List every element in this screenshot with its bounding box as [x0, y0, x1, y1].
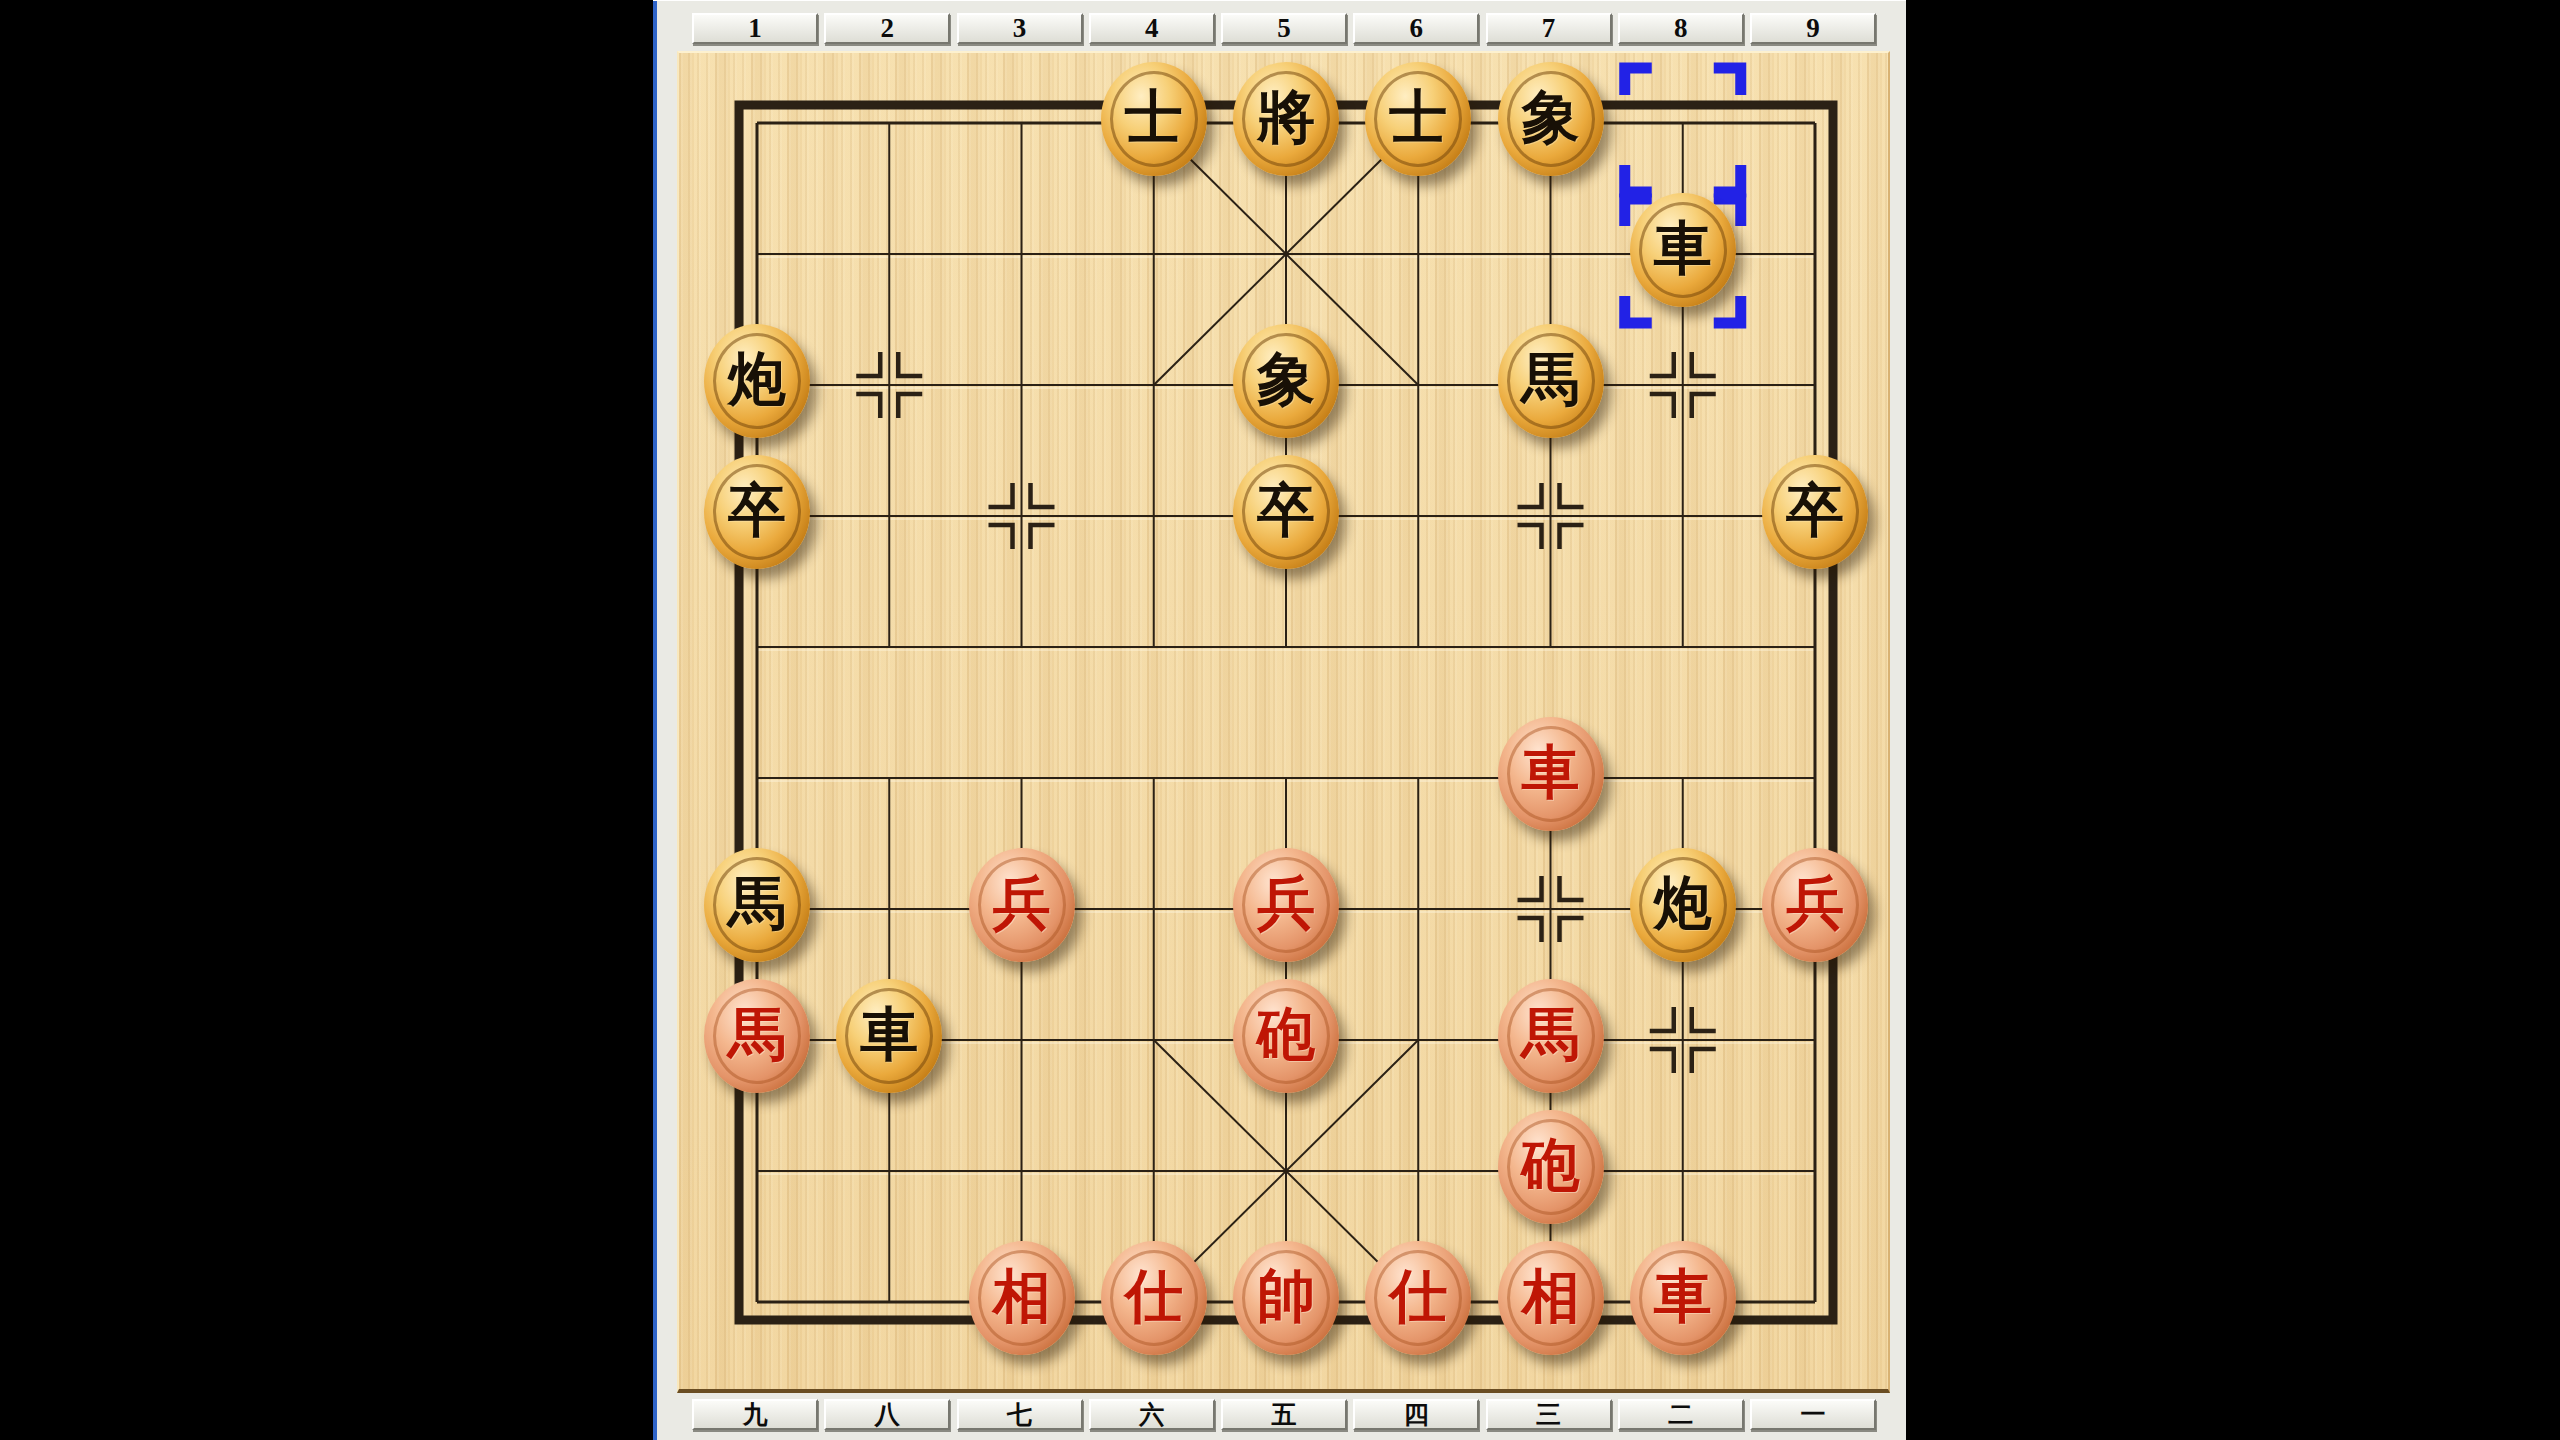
screen: { "game": "xiangqi", "position": "3akab2…: [0, 0, 2560, 1440]
piece-glyph: 仕: [1125, 1267, 1183, 1325]
file-button-top-8[interactable]: 8: [1618, 13, 1744, 44]
file-button-top-6[interactable]: 6: [1353, 13, 1479, 44]
piece-red-advisor[interactable]: 仕: [1101, 1241, 1207, 1355]
piece-red-soldier[interactable]: 兵: [969, 848, 1075, 962]
piece-black-advisor[interactable]: 士: [1365, 62, 1471, 176]
piece-black-elephant[interactable]: 象: [1233, 324, 1339, 438]
piece-red-advisor[interactable]: 仕: [1365, 1241, 1471, 1355]
piece-black-elephant[interactable]: 象: [1498, 62, 1604, 176]
piece-glyph: 帥: [1257, 1267, 1315, 1325]
file-button-top-5[interactable]: 5: [1221, 13, 1347, 44]
piece-red-soldier[interactable]: 兵: [1762, 848, 1868, 962]
piece-glyph: 象: [1257, 350, 1315, 408]
file-button-top-7[interactable]: 7: [1486, 13, 1612, 44]
piece-glyph: 馬: [1522, 350, 1580, 408]
piece-red-cannon[interactable]: 砲: [1233, 979, 1339, 1093]
piece-red-elephant[interactable]: 相: [1498, 1241, 1604, 1355]
piece-glyph: 卒: [728, 481, 786, 539]
piece-glyph: 馬: [1522, 1005, 1580, 1063]
piece-black-chariot[interactable]: 車: [1630, 193, 1736, 307]
piece-black-soldier[interactable]: 卒: [1233, 455, 1339, 569]
piece-glyph: 象: [1522, 88, 1580, 146]
file-button-bottom-一[interactable]: 一: [1750, 1399, 1876, 1430]
piece-glyph: 相: [993, 1267, 1051, 1325]
piece-glyph: 炮: [1654, 874, 1712, 932]
piece-glyph: 兵: [993, 874, 1051, 932]
file-button-bottom-七[interactable]: 七: [957, 1399, 1083, 1430]
file-button-top-1[interactable]: 1: [692, 13, 818, 44]
piece-black-advisor[interactable]: 士: [1101, 62, 1207, 176]
piece-glyph: 車: [1654, 219, 1712, 277]
piece-red-soldier[interactable]: 兵: [1233, 848, 1339, 962]
piece-red-general[interactable]: 帥: [1233, 1241, 1339, 1355]
file-button-bottom-二[interactable]: 二: [1618, 1399, 1744, 1430]
piece-black-chariot[interactable]: 車: [836, 979, 942, 1093]
piece-black-general[interactable]: 將: [1233, 62, 1339, 176]
xiangqi-window: 123456789 士將士象車炮象馬卒卒卒車馬兵兵炮兵馬車砲馬砲相仕帥仕相車 九…: [653, 0, 1906, 1440]
xiangqi-board: 士將士象車炮象馬卒卒卒車馬兵兵炮兵馬車砲馬砲相仕帥仕相車: [677, 51, 1890, 1393]
piece-glyph: 砲: [1257, 1005, 1315, 1063]
file-button-top-3[interactable]: 3: [957, 13, 1083, 44]
file-button-bottom-四[interactable]: 四: [1353, 1399, 1479, 1430]
piece-glyph: 炮: [728, 350, 786, 408]
piece-black-soldier[interactable]: 卒: [1762, 455, 1868, 569]
file-button-bottom-五[interactable]: 五: [1221, 1399, 1347, 1430]
piece-black-horse[interactable]: 馬: [1498, 324, 1604, 438]
piece-red-horse[interactable]: 馬: [1498, 979, 1604, 1093]
window-left-accent: [653, 1, 657, 1440]
piece-red-elephant[interactable]: 相: [969, 1241, 1075, 1355]
piece-glyph: 車: [1522, 743, 1580, 801]
piece-black-horse[interactable]: 馬: [704, 848, 810, 962]
top-file-buttons-strip: 123456789: [653, 11, 1906, 51]
file-button-bottom-九[interactable]: 九: [692, 1399, 818, 1430]
piece-glyph: 馬: [728, 874, 786, 932]
file-button-bottom-三[interactable]: 三: [1486, 1399, 1612, 1430]
piece-glyph: 車: [1654, 1267, 1712, 1325]
piece-glyph: 兵: [1257, 874, 1315, 932]
file-button-top-9[interactable]: 9: [1750, 13, 1876, 44]
piece-glyph: 車: [860, 1005, 918, 1063]
file-button-bottom-六[interactable]: 六: [1089, 1399, 1215, 1430]
piece-red-horse[interactable]: 馬: [704, 979, 810, 1093]
piece-red-chariot[interactable]: 車: [1630, 1241, 1736, 1355]
piece-red-chariot[interactable]: 車: [1498, 717, 1604, 831]
file-button-top-2[interactable]: 2: [824, 13, 950, 44]
piece-red-cannon[interactable]: 砲: [1498, 1110, 1604, 1224]
piece-black-cannon[interactable]: 炮: [1630, 848, 1736, 962]
piece-glyph: 相: [1522, 1267, 1580, 1325]
piece-black-cannon[interactable]: 炮: [704, 324, 810, 438]
piece-glyph: 卒: [1257, 481, 1315, 539]
piece-glyph: 士: [1389, 88, 1447, 146]
piece-glyph: 士: [1125, 88, 1183, 146]
file-button-top-4[interactable]: 4: [1089, 13, 1215, 44]
piece-glyph: 將: [1257, 88, 1315, 146]
piece-glyph: 卒: [1786, 481, 1844, 539]
piece-glyph: 馬: [728, 1005, 786, 1063]
piece-black-soldier[interactable]: 卒: [704, 455, 810, 569]
piece-glyph: 兵: [1786, 874, 1844, 932]
file-button-bottom-八[interactable]: 八: [824, 1399, 950, 1430]
bottom-file-buttons-strip: 九八七六五四三二一: [653, 1397, 1906, 1437]
piece-glyph: 砲: [1522, 1136, 1580, 1194]
piece-glyph: 仕: [1389, 1267, 1447, 1325]
